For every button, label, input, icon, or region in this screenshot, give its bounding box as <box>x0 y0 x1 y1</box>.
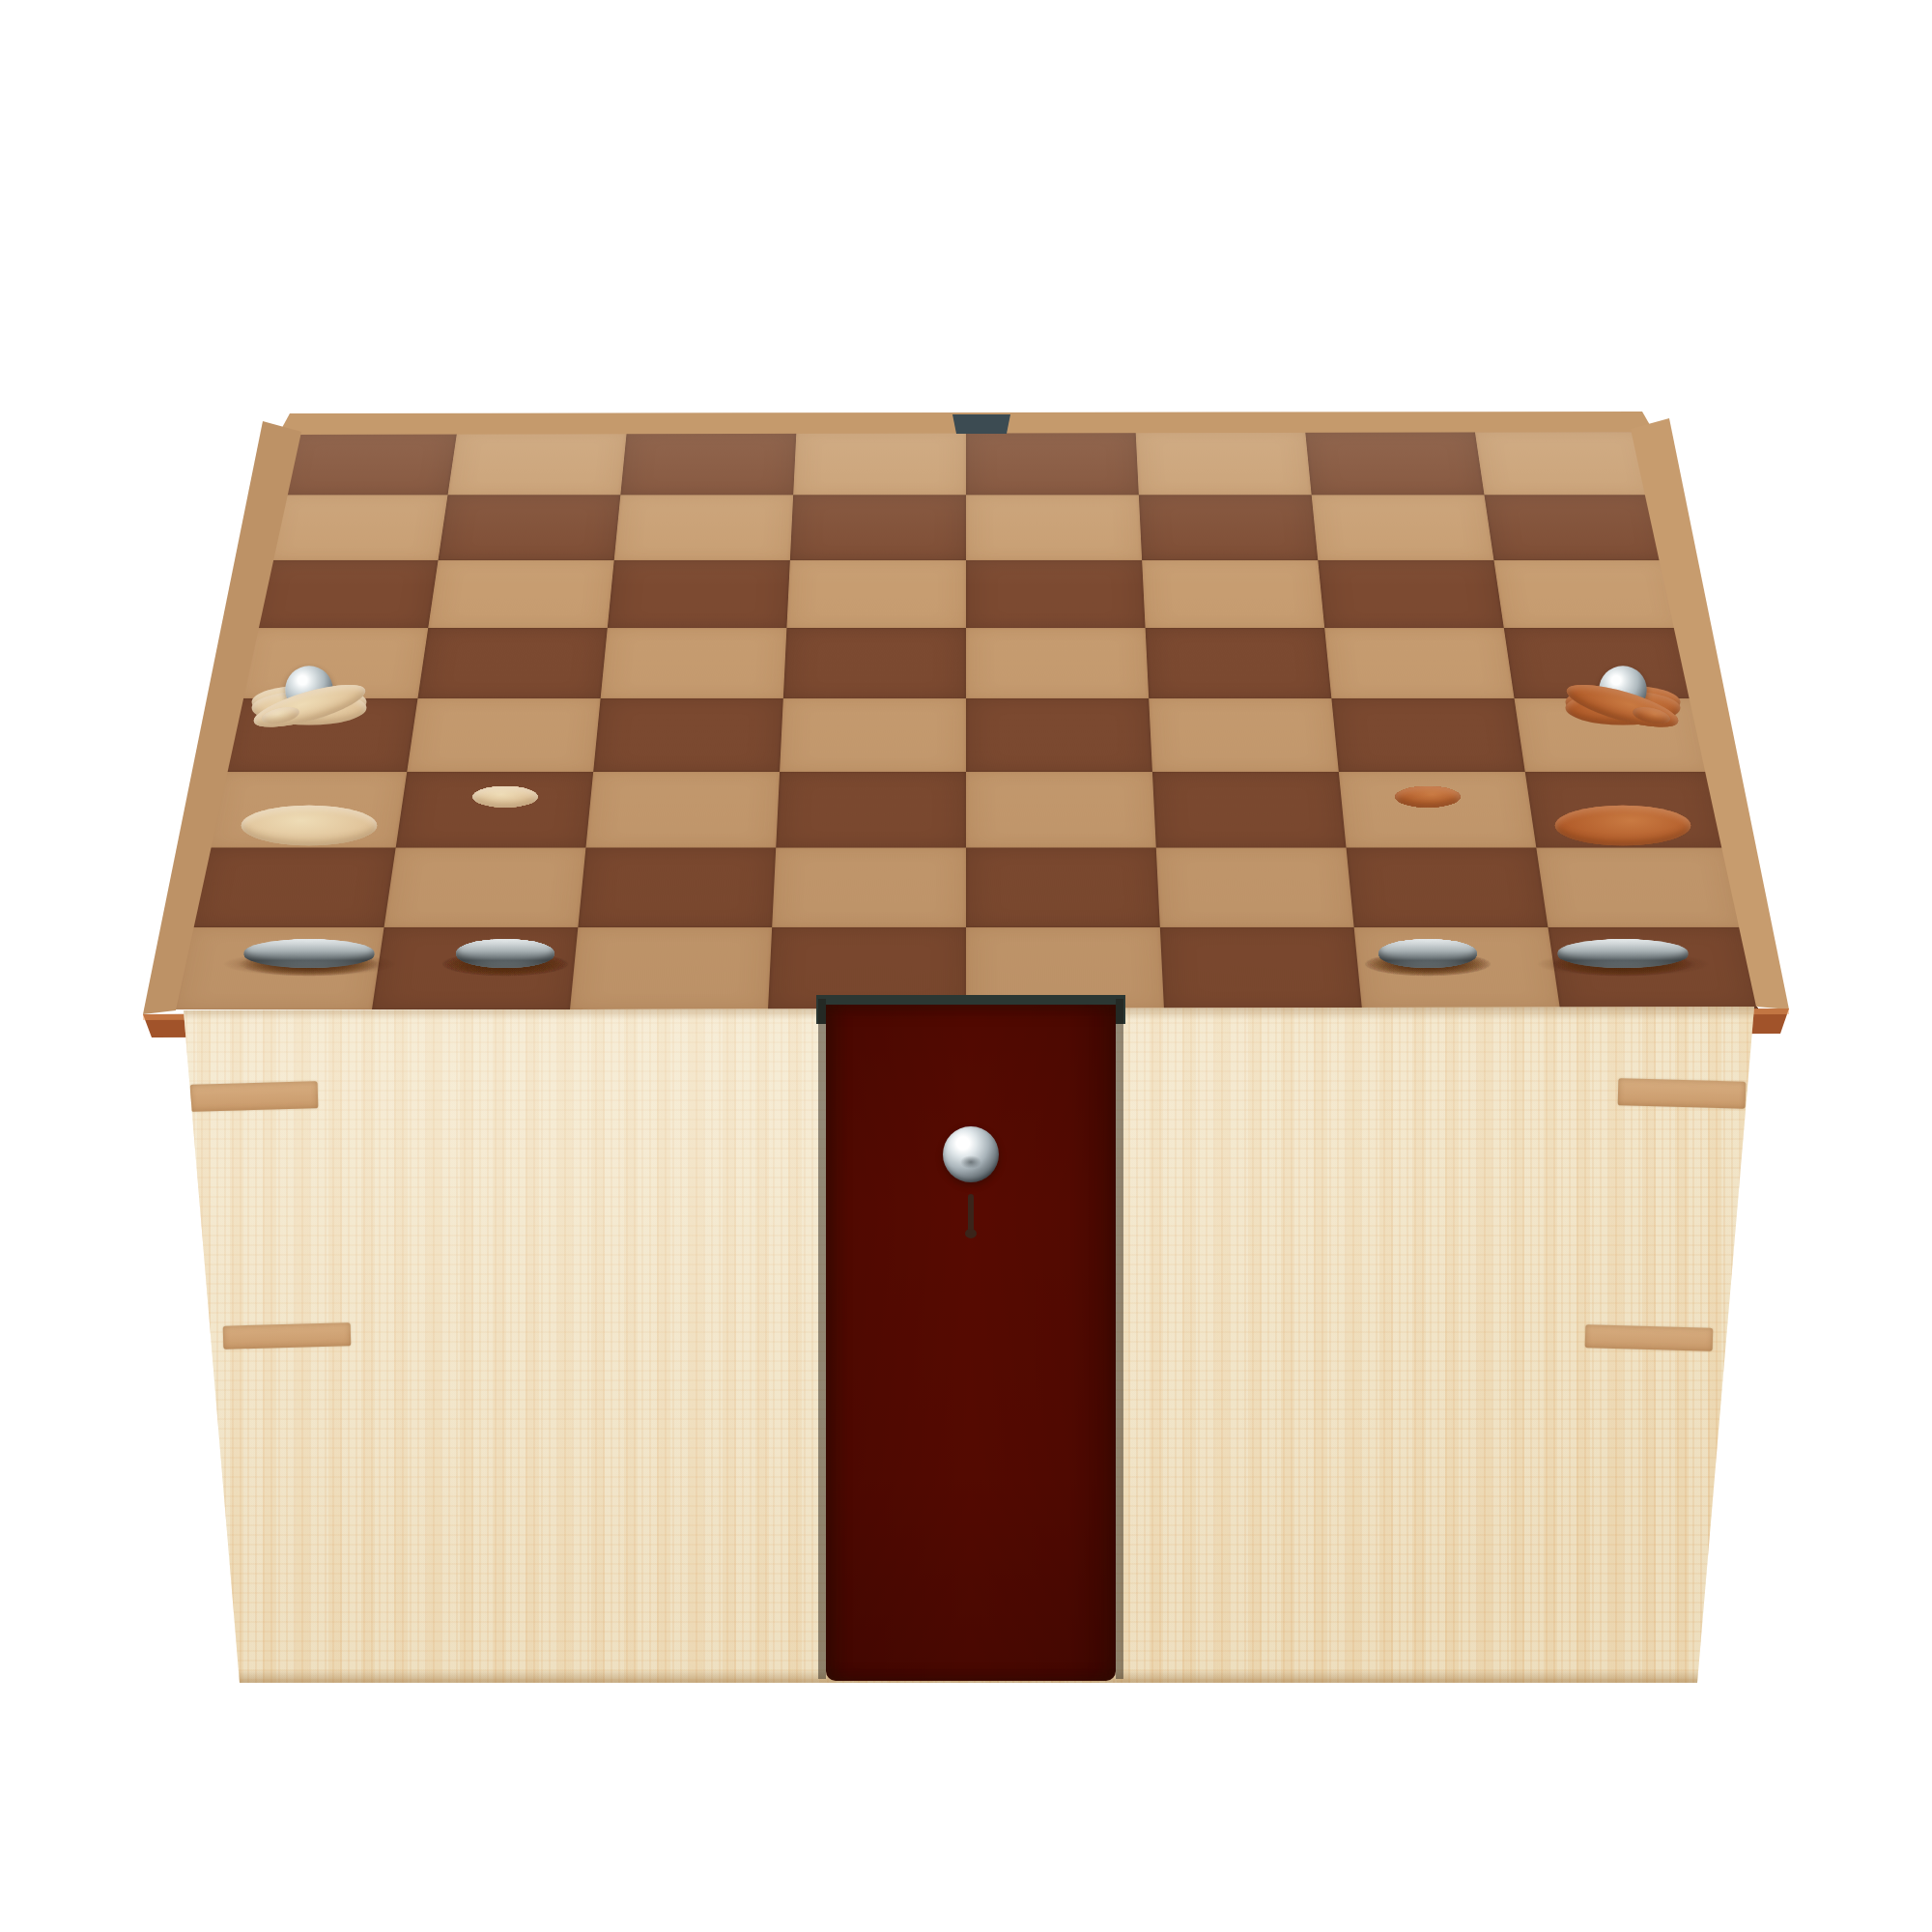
white-pawn[interactable] <box>454 786 555 968</box>
steel-base-ring <box>1558 939 1689 968</box>
strap-buttonhole-slit <box>968 1194 974 1235</box>
joint-inlay-top-right <box>1618 1078 1747 1108</box>
steel-stud-icon <box>943 1126 999 1182</box>
chess-box-photo <box>0 0 1932 1932</box>
joint-inlay-bottom-left <box>223 1322 352 1349</box>
joint-inlay-top-left <box>190 1081 319 1111</box>
white-rook[interactable] <box>241 806 377 968</box>
black-pawn[interactable] <box>1377 786 1478 968</box>
joint-inlay-bottom-right <box>1585 1324 1714 1350</box>
steel-base-ring <box>1378 939 1476 968</box>
leather-strap <box>826 1005 1116 1681</box>
lid-hinge-notch <box>952 414 1010 434</box>
steel-base-ring <box>243 939 374 968</box>
black-rook[interactable] <box>1555 806 1691 968</box>
steel-base-ring <box>456 939 554 968</box>
